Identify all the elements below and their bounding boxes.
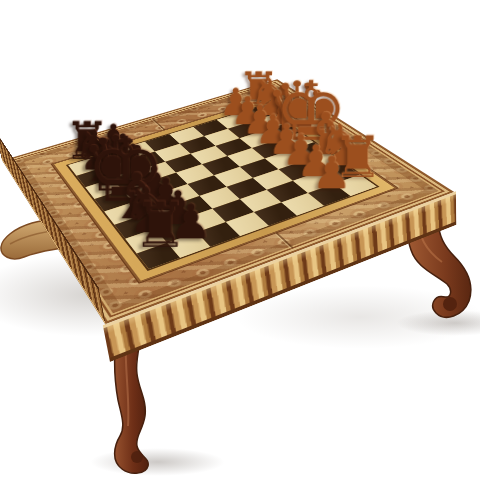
- chess-table: ♜♟♟♜♞♟♟♞♝♟♟♝♛♟♟♛♚♟♟♚♝♟♟♝♞♟♟♞♜♟♟♜: [2, 79, 454, 324]
- board-square: [226, 212, 269, 236]
- photo-scene: ♜♟♟♜♞♟♟♞♝♟♟♝♛♟♟♛♚♟♟♚♝♟♟♝♞♟♟♞♜♟♟♜: [0, 0, 480, 480]
- board-square: ♜: [137, 243, 180, 269]
